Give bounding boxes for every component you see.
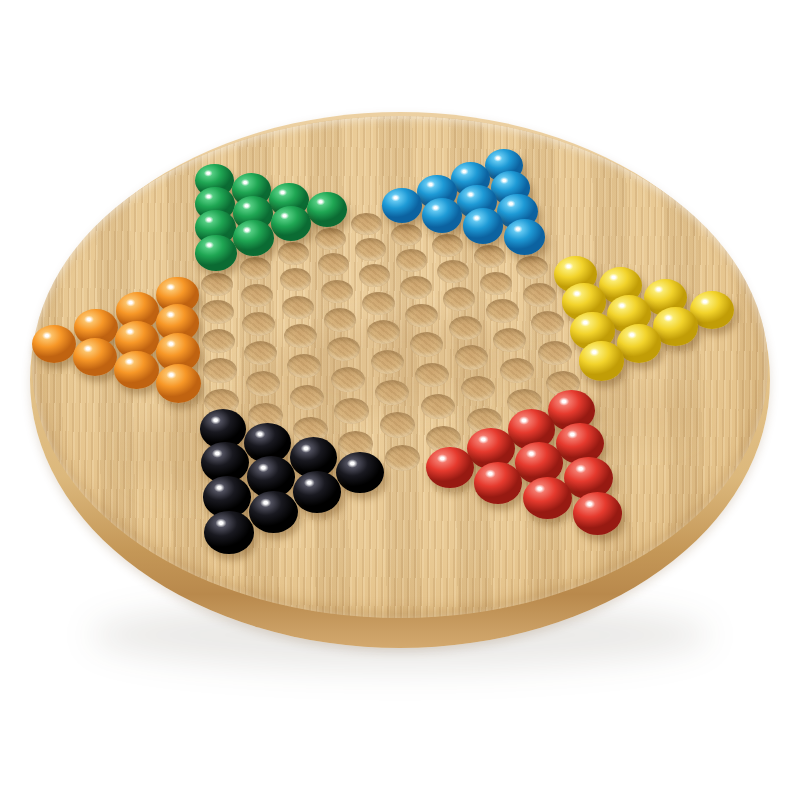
board-hole[interactable] [421, 394, 456, 419]
board-hole[interactable] [362, 292, 394, 316]
board-hole[interactable] [375, 380, 409, 405]
board-hole[interactable] [355, 238, 386, 261]
board-hole[interactable] [321, 280, 353, 303]
blue-marble[interactable] [382, 188, 422, 223]
board-hole[interactable] [290, 385, 324, 410]
star-hole-grid [0, 0, 800, 800]
board-hole[interactable] [443, 287, 475, 311]
board-hole[interactable] [201, 273, 233, 296]
board-hole[interactable] [385, 445, 421, 471]
black-marble[interactable] [336, 452, 384, 493]
board-hole[interactable] [449, 316, 482, 340]
board-hole[interactable] [486, 299, 519, 323]
black-marble[interactable] [293, 471, 341, 513]
board-hole[interactable] [410, 332, 443, 356]
green-marble[interactable] [233, 220, 274, 255]
board-hole[interactable] [278, 242, 309, 265]
board-hole[interactable] [391, 224, 422, 246]
board-hole[interactable] [396, 249, 427, 272]
board-hole[interactable] [455, 345, 489, 369]
yellow-marble[interactable] [579, 341, 624, 380]
board-hole[interactable] [493, 328, 526, 352]
board-hole[interactable] [287, 354, 321, 378]
board-hole[interactable] [324, 308, 357, 332]
black-marble[interactable] [204, 511, 253, 554]
red-marble[interactable] [426, 447, 474, 488]
board-hole[interactable] [367, 320, 400, 344]
chinese-checkers-product-photo [0, 0, 800, 800]
board-hole[interactable] [437, 260, 469, 283]
board-hole[interactable] [202, 329, 235, 353]
red-marble[interactable] [573, 492, 622, 535]
board-hole[interactable] [415, 363, 449, 388]
board-hole[interactable] [315, 228, 346, 250]
board-hole[interactable] [334, 398, 369, 423]
board-hole[interactable] [516, 256, 548, 279]
board-hole[interactable] [480, 272, 512, 295]
board-hole[interactable] [284, 324, 317, 348]
board-hole[interactable] [523, 283, 555, 307]
black-marble[interactable] [249, 491, 298, 533]
board-hole[interactable] [405, 304, 438, 328]
board-hole[interactable] [371, 350, 405, 374]
board-hole[interactable] [242, 312, 275, 336]
green-marble[interactable] [271, 206, 311, 241]
blue-marble[interactable] [504, 219, 545, 255]
board-hole[interactable] [500, 358, 534, 383]
board-hole[interactable] [538, 341, 572, 365]
orange-marble[interactable] [73, 338, 117, 376]
green-marble[interactable] [195, 235, 236, 271]
board-hole[interactable] [461, 376, 495, 401]
board-hole[interactable] [282, 296, 314, 320]
board-hole[interactable] [240, 257, 271, 280]
orange-marble[interactable] [32, 325, 76, 363]
blue-marble[interactable] [463, 208, 504, 243]
orange-marble[interactable] [114, 351, 159, 390]
board-hole[interactable] [400, 276, 432, 299]
orange-marble[interactable] [156, 364, 201, 403]
board-hole[interactable] [203, 358, 237, 382]
board-hole[interactable] [380, 412, 415, 437]
blue-marble[interactable] [422, 198, 462, 233]
board-hole[interactable] [474, 245, 505, 268]
red-marble[interactable] [474, 462, 522, 504]
red-marble[interactable] [523, 477, 572, 519]
board-hole[interactable] [244, 341, 277, 365]
board-hole[interactable] [318, 253, 349, 276]
board-hole[interactable] [331, 367, 365, 392]
board-hole[interactable] [359, 264, 391, 287]
board-hole[interactable] [201, 300, 233, 324]
green-marble[interactable] [307, 192, 347, 227]
board-hole[interactable] [531, 311, 564, 335]
board-hole[interactable] [280, 268, 312, 291]
board-hole[interactable] [432, 234, 463, 257]
board-hole[interactable] [246, 371, 280, 396]
board-hole[interactable] [241, 284, 273, 307]
board-hole[interactable] [327, 337, 360, 361]
board-hole[interactable] [351, 213, 381, 235]
